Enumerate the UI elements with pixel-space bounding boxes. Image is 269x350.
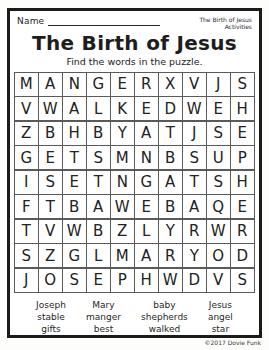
grid-cell-r6c4[interactable]: A — [86, 194, 111, 219]
grid-cell-r6c8[interactable]: A — [182, 194, 207, 219]
grid-cell-r5c3[interactable]: E — [62, 170, 87, 195]
grid-cell-r4c5[interactable]: M — [110, 145, 135, 170]
grid-cell-r5c5[interactable]: N — [110, 170, 135, 195]
grid-cell-r5c2[interactable]: S — [38, 170, 63, 195]
corner-line2: Activities — [199, 23, 252, 30]
word-bank-column-3: babyshepherdswalked — [141, 300, 188, 335]
grid-cell-r4c1[interactable]: G — [14, 145, 39, 170]
word-list-item: shepherds — [141, 312, 188, 323]
worksheet-page: Name The Birth of Jesus Activities The B… — [7, 8, 262, 338]
grid-cell-r2c9[interactable]: E — [206, 96, 231, 121]
word-list-item: manger — [86, 312, 121, 323]
word-list-item: star — [212, 324, 229, 335]
header-row: Name The Birth of Jesus Activities — [10, 11, 259, 30]
grid-cell-r3c7[interactable]: T — [158, 121, 183, 146]
grid-cell-r2c4[interactable]: L — [86, 96, 111, 121]
grid-cell-r9c8[interactable]: D — [182, 268, 207, 293]
grid-cell-r7c9[interactable]: W — [206, 219, 231, 244]
grid-cell-r7c8[interactable]: R — [182, 219, 207, 244]
grid-cell-r9c10[interactable]: S — [230, 268, 255, 293]
grid-cell-r9c7[interactable]: W — [158, 268, 183, 293]
grid-cell-r1c9[interactable]: J — [206, 72, 231, 97]
grid-cell-r3c6[interactable]: A — [134, 121, 159, 146]
grid-cell-r7c1[interactable]: T — [14, 219, 39, 244]
grid-cell-r9c3[interactable]: S — [62, 268, 87, 293]
grid-cell-r6c1[interactable]: F — [14, 194, 39, 219]
grid-cell-r8c2[interactable]: Z — [38, 243, 63, 268]
grid-cell-r4c6[interactable]: N — [134, 145, 159, 170]
grid-cell-r7c10[interactable]: R — [230, 219, 255, 244]
grid-cell-r3c8[interactable]: J — [182, 121, 207, 146]
grid-cell-r3c9[interactable]: S — [206, 121, 231, 146]
word-list-item: baby — [153, 300, 175, 311]
grid-cell-r6c10[interactable]: E — [230, 194, 255, 219]
grid-cell-r3c2[interactable]: B — [38, 121, 63, 146]
grid-cell-r4c10[interactable]: P — [230, 145, 255, 170]
grid-cell-r6c6[interactable]: E — [134, 194, 159, 219]
grid-cell-r4c8[interactable]: S — [182, 145, 207, 170]
word-list-item: angel — [208, 312, 233, 323]
grid-cell-r2c2[interactable]: W — [38, 96, 63, 121]
grid-cell-r1c8[interactable]: V — [182, 72, 207, 97]
corner-line1: The Birth of Jesus — [199, 16, 252, 23]
word-bank-column-1: Josephstablegifts — [36, 300, 66, 335]
grid-cell-r8c3[interactable]: G — [62, 243, 87, 268]
grid-cell-r8c10[interactable]: D — [230, 243, 255, 268]
grid-cell-r5c4[interactable]: T — [86, 170, 111, 195]
grid-cell-r6c7[interactable]: B — [158, 194, 183, 219]
word-list-item: Jesus — [209, 300, 232, 311]
worksheet-sheet: Name The Birth of Jesus Activities The B… — [0, 0, 269, 350]
grid-cell-r2c3[interactable]: A — [62, 96, 87, 121]
grid-cell-r6c3[interactable]: B — [62, 194, 87, 219]
grid-cell-r9c9[interactable]: V — [206, 268, 231, 293]
grid-cell-r7c2[interactable]: V — [38, 219, 63, 244]
word-list: JosephstablegiftsMarymangerbestbabysheph… — [10, 300, 259, 335]
name-label: Name — [17, 16, 44, 26]
word-list-item: gifts — [41, 324, 60, 335]
grid-cell-r1c7[interactable]: X — [158, 72, 183, 97]
grid-cell-r5c1[interactable]: I — [14, 170, 39, 195]
word-list-item: best — [94, 324, 113, 335]
grid-cell-r8c7[interactable]: R — [158, 243, 183, 268]
grid-cell-r2c10[interactable]: H — [230, 96, 255, 121]
grid-cell-r2c6[interactable]: E — [134, 96, 159, 121]
word-list-item: Joseph — [36, 300, 66, 311]
grid-cell-r9c5[interactable]: P — [110, 268, 135, 293]
word-list-item: stable — [37, 312, 64, 323]
grid-cell-r8c9[interactable]: O — [206, 243, 231, 268]
grid-cell-r1c6[interactable]: R — [134, 72, 159, 97]
grid-cell-r3c1[interactable]: Z — [14, 121, 39, 146]
grid-cell-r4c4[interactable]: S — [86, 145, 111, 170]
grid-cell-r9c6[interactable]: H — [134, 268, 159, 293]
grid-cell-r3c3[interactable]: H — [62, 121, 87, 146]
grid-cell-r8c1[interactable]: S — [14, 243, 39, 268]
grid-cell-r1c3[interactable]: N — [62, 72, 87, 97]
instructions: Find the words in the puzzle. — [10, 56, 259, 67]
grid-cell-r3c5[interactable]: Y — [110, 121, 135, 146]
name-field[interactable]: Name — [17, 16, 160, 26]
grid-cell-r6c2[interactable]: T — [38, 194, 63, 219]
word-list-item: Mary — [92, 300, 114, 311]
grid-cell-r6c9[interactable]: Q — [206, 194, 231, 219]
grid-cell-r4c9[interactable]: U — [206, 145, 231, 170]
grid-cell-r7c7[interactable]: Y — [158, 219, 183, 244]
grid-cell-r2c5[interactable]: K — [110, 96, 135, 121]
corner-attribution: The Birth of Jesus Activities — [199, 16, 252, 30]
grid-cell-r9c4[interactable]: E — [86, 268, 111, 293]
grid-cell-r8c5[interactable]: M — [110, 243, 135, 268]
grid-cell-r7c6[interactable]: L — [134, 219, 159, 244]
grid-cell-r6c5[interactable]: W — [110, 194, 135, 219]
word-search-grid[interactable]: MANGERXVJSVWALKEDWEHZBHBYATJSEGETSMNBSUP… — [15, 72, 255, 293]
grid-cell-r8c8[interactable]: Y — [182, 243, 207, 268]
grid-cell-r5c9[interactable]: S — [206, 170, 231, 195]
grid-cell-r3c10[interactable]: E — [230, 121, 255, 146]
grid-cell-r8c6[interactable]: A — [134, 243, 159, 268]
grid-cell-r5c10[interactable]: H — [230, 170, 255, 195]
grid-cell-r5c8[interactable]: T — [182, 170, 207, 195]
grid-cell-r4c3[interactable]: T — [62, 145, 87, 170]
grid-cell-r4c7[interactable]: B — [158, 145, 183, 170]
grid-cell-r2c7[interactable]: D — [158, 96, 183, 121]
grid-cell-r3c4[interactable]: B — [86, 121, 111, 146]
grid-cell-r8c4[interactable]: L — [86, 243, 111, 268]
copyright: ©2017 Dovie Funk — [205, 339, 262, 346]
word-bank-column-4: Jesusangelstar — [208, 300, 233, 335]
grid-cell-r7c5[interactable]: Z — [110, 219, 135, 244]
grid-cell-r2c1[interactable]: V — [14, 96, 39, 121]
page-title: The Birth of Jesus — [10, 31, 259, 55]
grid-cell-r1c2[interactable]: A — [38, 72, 63, 97]
grid-cell-r5c6[interactable]: G — [134, 170, 159, 195]
grid-cell-r1c10[interactable]: S — [230, 72, 255, 97]
grid-cell-r5c7[interactable]: A — [158, 170, 183, 195]
grid-cell-r2c8[interactable]: W — [182, 96, 207, 121]
grid-cell-r1c4[interactable]: G — [86, 72, 111, 97]
grid-cell-r9c1[interactable]: J — [14, 268, 39, 293]
grid-cell-r1c5[interactable]: E — [110, 72, 135, 97]
grid-cell-r1c1[interactable]: M — [14, 72, 39, 97]
word-bank-column-2: Marymangerbest — [86, 300, 121, 335]
grid-cell-r9c2[interactable]: O — [38, 268, 63, 293]
grid-cell-r7c4[interactable]: B — [86, 219, 111, 244]
grid-cell-r7c3[interactable]: W — [62, 219, 87, 244]
name-blank-line[interactable] — [48, 16, 160, 26]
word-list-item: walked — [149, 324, 181, 335]
grid-cell-r4c2[interactable]: E — [38, 145, 63, 170]
